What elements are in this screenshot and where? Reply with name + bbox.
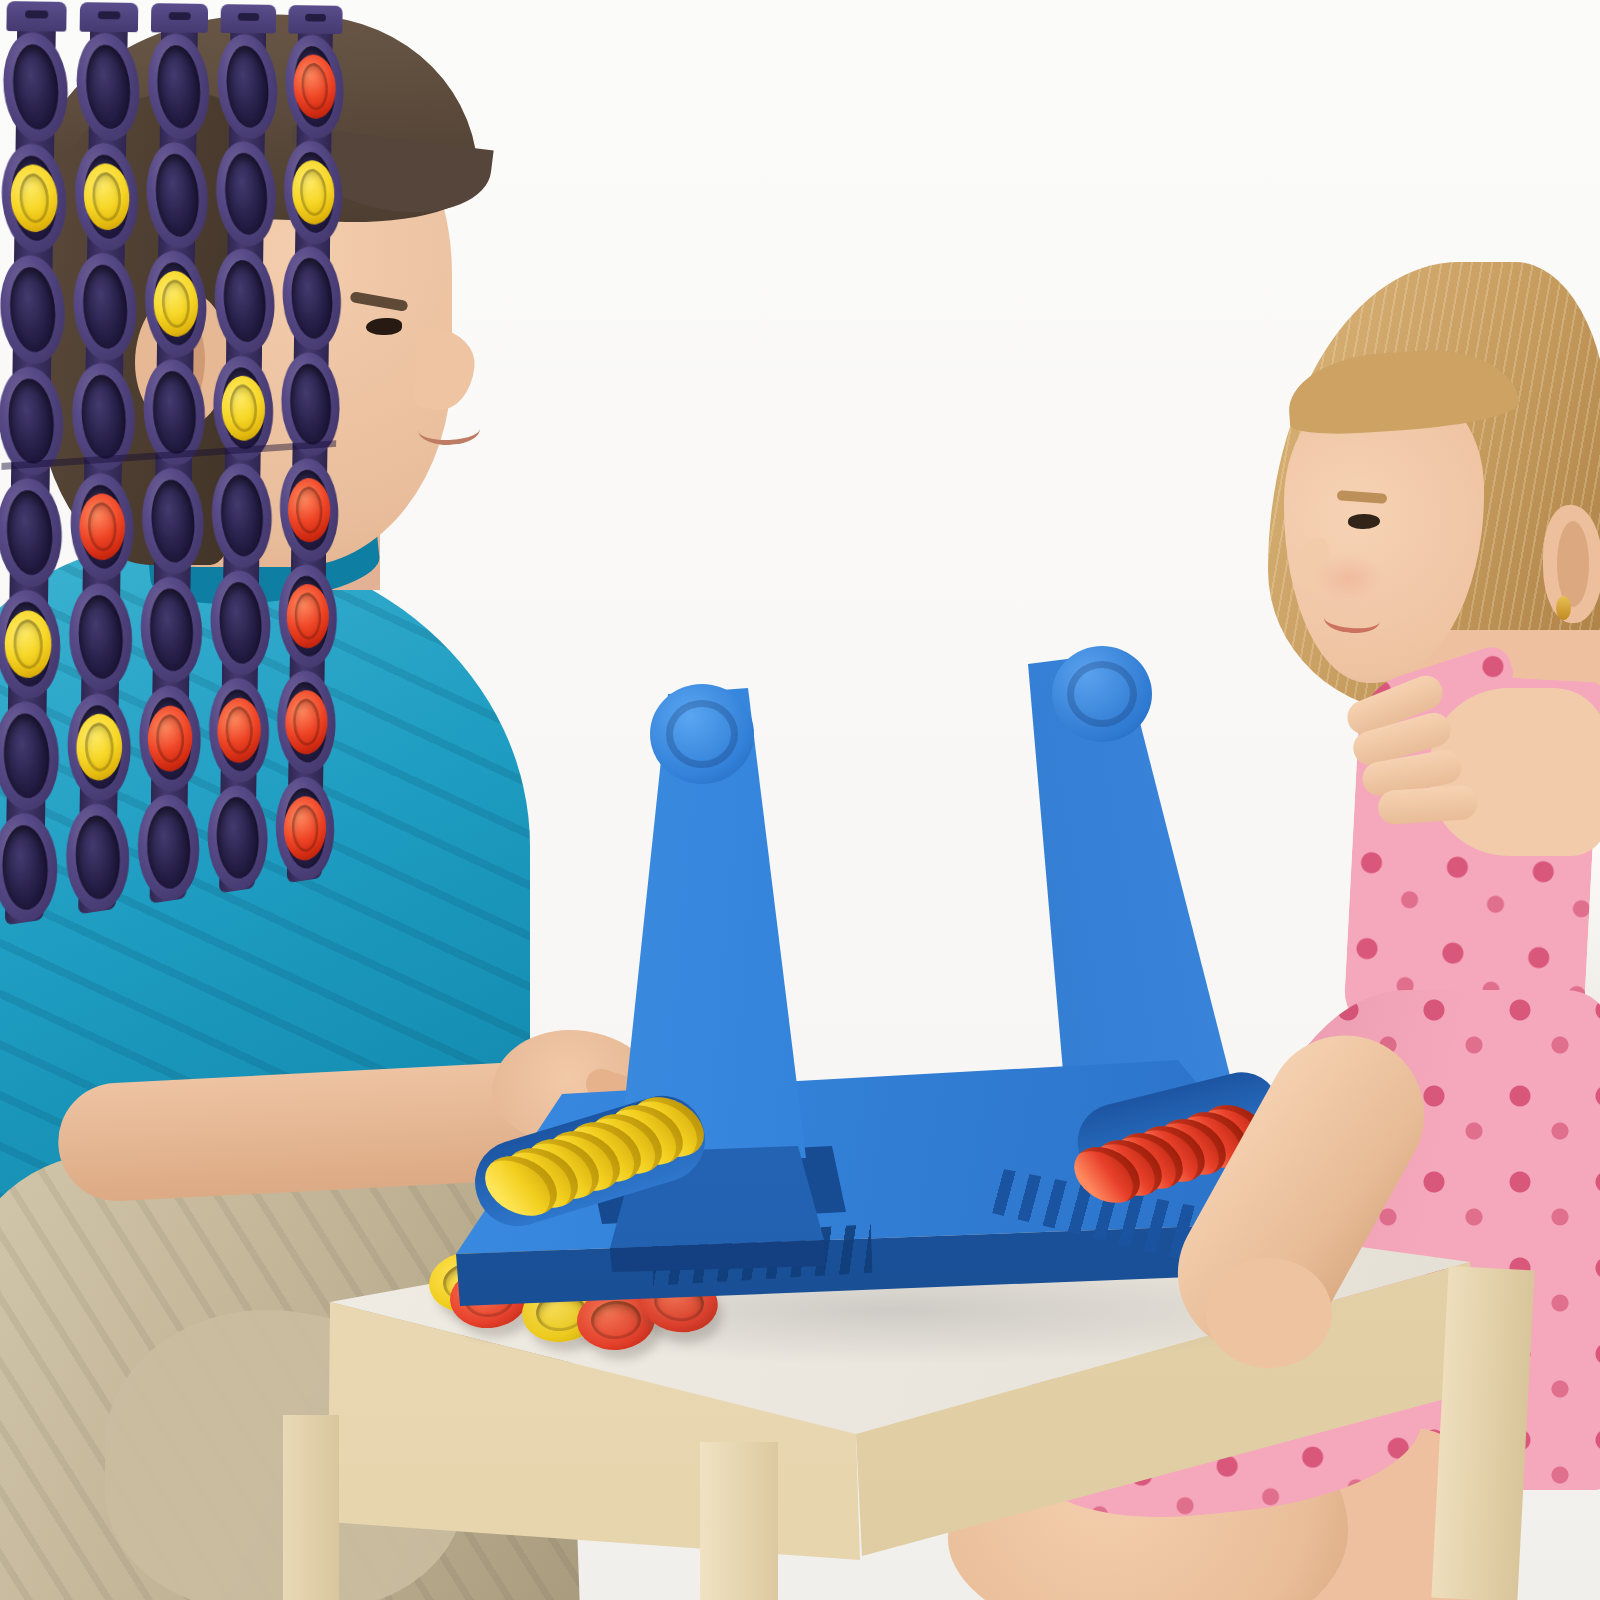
table-leg: [1431, 1266, 1534, 1600]
cell-r3c3: [140, 248, 211, 359]
yellow-disc: [289, 158, 337, 228]
yellow-disc: [8, 162, 61, 236]
right-pivot-hinge: [1052, 646, 1152, 742]
column-top-tab: [151, 3, 208, 33]
cell-r2c5: [279, 139, 347, 246]
cell-r6c2: [64, 579, 137, 696]
red-disc: [282, 686, 330, 760]
yellow-disc: [219, 372, 268, 444]
red-disc: [281, 791, 329, 865]
red-disc: [284, 580, 332, 653]
cell-r5c2: [65, 469, 138, 585]
column-top-tab: [220, 4, 276, 33]
red-disc: [291, 52, 339, 121]
yellow-disc: [73, 709, 125, 786]
yellow-disc: [1, 606, 54, 683]
red-disc: [145, 701, 196, 777]
yellow-disc: [151, 268, 202, 341]
cell-r1c1: [0, 31, 73, 143]
cell-r6c5: [274, 560, 342, 673]
cell-r6c1: [0, 585, 65, 704]
cell-r7c2: [63, 688, 136, 807]
cell-r7c3: [134, 680, 205, 797]
cell-r8c4: [203, 780, 273, 897]
cell-r6c4: [206, 566, 276, 680]
column-top-tab: [288, 5, 342, 34]
cell-r7c1: [0, 696, 64, 817]
board-grid: [0, 0, 349, 932]
girl-finger: [1377, 785, 1479, 826]
cell-r7c4: [204, 673, 274, 789]
scene-photo: [0, 0, 1600, 1600]
table-leg: [700, 1442, 778, 1600]
cell-r2c1: [0, 142, 71, 255]
cell-r1c5: [281, 33, 349, 139]
cell-r3c2: [68, 251, 141, 364]
column-top-tab: [80, 2, 139, 32]
cell-r3c1: [0, 253, 70, 367]
girl-earring: [1556, 596, 1571, 620]
girl-elbow: [1206, 1258, 1332, 1368]
red-disc: [76, 489, 128, 564]
cell-r8c5: [271, 771, 339, 886]
red-disc: [214, 693, 263, 768]
cell-r2c2: [70, 141, 143, 252]
cell-r7c5: [272, 666, 340, 780]
cell-r8c1: [0, 807, 63, 929]
cell-r3c4: [210, 246, 279, 356]
cell-r5c4: [207, 460, 276, 573]
column-top-tab: [6, 1, 66, 31]
table-leg: [283, 1415, 339, 1600]
cell-r5c3: [137, 464, 208, 578]
cell-r1c3: [143, 32, 214, 141]
cell-r2c4: [211, 140, 280, 249]
cell-r8c2: [61, 798, 134, 918]
cell-r1c2: [71, 32, 144, 143]
boy-eye: [366, 318, 402, 335]
cell-r2c3: [142, 141, 213, 251]
cell-r6c3: [136, 572, 207, 688]
girl-ear: [1543, 505, 1600, 623]
red-disc: [285, 474, 333, 546]
cell-r3c5: [278, 244, 346, 353]
cell-r5c5: [275, 455, 343, 566]
cell-r8c3: [133, 789, 204, 908]
cell-r1c4: [213, 33, 282, 141]
cell-r5c1: [0, 474, 67, 591]
left-pivot-hinge: [650, 684, 754, 784]
yellow-disc: [81, 161, 133, 234]
girl-cheek: [1314, 554, 1384, 602]
